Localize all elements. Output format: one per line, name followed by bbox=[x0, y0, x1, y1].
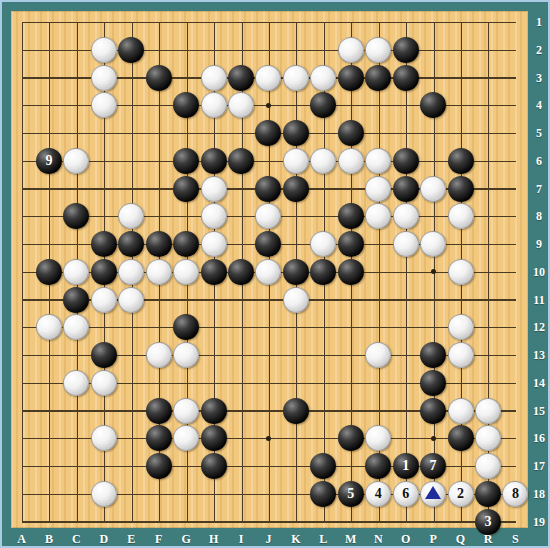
white-stone-M2[interactable] bbox=[338, 37, 364, 63]
intersection-D12[interactable] bbox=[90, 313, 117, 341]
white-stone-G16[interactable] bbox=[173, 425, 199, 451]
intersection-J15[interactable] bbox=[255, 397, 282, 425]
intersection-J4[interactable] bbox=[255, 91, 282, 119]
intersection-A16[interactable] bbox=[8, 424, 35, 452]
black-stone-Q7[interactable] bbox=[448, 176, 474, 202]
intersection-G3[interactable] bbox=[172, 64, 199, 92]
black-stone-G6[interactable] bbox=[173, 148, 199, 174]
intersection-L5[interactable] bbox=[310, 119, 337, 147]
black-stone-J5[interactable] bbox=[255, 120, 281, 146]
intersection-Q16[interactable] bbox=[447, 424, 474, 452]
intersection-H18[interactable] bbox=[200, 480, 227, 508]
intersection-K14[interactable] bbox=[282, 369, 309, 397]
black-stone-F16[interactable] bbox=[146, 425, 172, 451]
intersection-N1[interactable] bbox=[364, 8, 391, 36]
black-stone-M9[interactable] bbox=[338, 231, 364, 257]
black-stone-B10[interactable] bbox=[36, 259, 62, 285]
black-stone-M16[interactable] bbox=[338, 425, 364, 451]
white-stone-R15[interactable] bbox=[475, 398, 501, 424]
intersection-H4[interactable] bbox=[200, 91, 227, 119]
black-stone-K10[interactable] bbox=[283, 259, 309, 285]
intersection-D9[interactable] bbox=[90, 230, 117, 258]
black-stone-G7[interactable] bbox=[173, 176, 199, 202]
intersection-Q8[interactable] bbox=[447, 202, 474, 230]
white-stone-C12[interactable] bbox=[63, 314, 89, 340]
intersection-I8[interactable] bbox=[227, 202, 254, 230]
intersection-R8[interactable] bbox=[474, 202, 501, 230]
intersection-J3[interactable] bbox=[255, 64, 282, 92]
black-stone-E2[interactable] bbox=[118, 37, 144, 63]
intersection-E10[interactable] bbox=[118, 258, 145, 286]
intersection-C9[interactable] bbox=[63, 230, 90, 258]
intersection-H12[interactable] bbox=[200, 313, 227, 341]
intersection-E2[interactable] bbox=[118, 36, 145, 64]
intersection-R16[interactable] bbox=[474, 424, 501, 452]
intersection-F9[interactable] bbox=[145, 230, 172, 258]
white-stone-Q15[interactable] bbox=[448, 398, 474, 424]
intersection-C18[interactable] bbox=[63, 480, 90, 508]
intersection-A12[interactable] bbox=[8, 313, 35, 341]
intersection-Q2[interactable] bbox=[447, 36, 474, 64]
intersection-K4[interactable] bbox=[282, 91, 309, 119]
go-board[interactable]: 917546283 bbox=[11, 11, 528, 528]
intersection-I3[interactable] bbox=[227, 64, 254, 92]
white-stone-M6[interactable] bbox=[338, 148, 364, 174]
white-stone-R17[interactable] bbox=[475, 453, 501, 479]
intersection-C4[interactable] bbox=[63, 91, 90, 119]
intersection-Q11[interactable] bbox=[447, 286, 474, 314]
intersection-F7[interactable] bbox=[145, 175, 172, 203]
intersection-H14[interactable] bbox=[200, 369, 227, 397]
intersection-M8[interactable] bbox=[337, 202, 364, 230]
intersection-O14[interactable] bbox=[392, 369, 419, 397]
black-stone-O17[interactable]: 1 bbox=[393, 453, 419, 479]
white-stone-G13[interactable] bbox=[173, 342, 199, 368]
black-stone-I10[interactable] bbox=[228, 259, 254, 285]
intersection-I15[interactable] bbox=[227, 397, 254, 425]
black-stone-K7[interactable] bbox=[283, 176, 309, 202]
intersection-H1[interactable] bbox=[200, 8, 227, 36]
white-stone-E11[interactable] bbox=[118, 287, 144, 313]
intersection-S3[interactable] bbox=[502, 64, 529, 92]
intersection-M12[interactable] bbox=[337, 313, 364, 341]
black-stone-G4[interactable] bbox=[173, 92, 199, 118]
intersection-G14[interactable] bbox=[172, 369, 199, 397]
intersection-I4[interactable] bbox=[227, 91, 254, 119]
intersection-K10[interactable] bbox=[282, 258, 309, 286]
intersection-G15[interactable] bbox=[172, 397, 199, 425]
black-stone-I3[interactable] bbox=[228, 65, 254, 91]
black-stone-O6[interactable] bbox=[393, 148, 419, 174]
intersection-F4[interactable] bbox=[145, 91, 172, 119]
white-stone-N7[interactable] bbox=[365, 176, 391, 202]
white-stone-B12[interactable] bbox=[36, 314, 62, 340]
black-stone-L4[interactable] bbox=[310, 92, 336, 118]
intersection-H8[interactable] bbox=[200, 202, 227, 230]
intersection-S8[interactable] bbox=[502, 202, 529, 230]
intersection-L15[interactable] bbox=[310, 397, 337, 425]
intersection-P2[interactable] bbox=[419, 36, 446, 64]
intersection-P17[interactable]: 7 bbox=[419, 452, 446, 480]
intersection-Q12[interactable] bbox=[447, 313, 474, 341]
white-stone-L9[interactable] bbox=[310, 231, 336, 257]
intersection-O16[interactable] bbox=[392, 424, 419, 452]
white-stone-R16[interactable] bbox=[475, 425, 501, 451]
white-stone-D4[interactable] bbox=[91, 92, 117, 118]
intersection-I2[interactable] bbox=[227, 36, 254, 64]
intersection-J5[interactable] bbox=[255, 119, 282, 147]
intersection-M2[interactable] bbox=[337, 36, 364, 64]
intersection-J13[interactable] bbox=[255, 341, 282, 369]
intersection-I12[interactable] bbox=[227, 313, 254, 341]
intersection-P12[interactable] bbox=[419, 313, 446, 341]
intersection-C10[interactable] bbox=[63, 258, 90, 286]
intersection-E15[interactable] bbox=[118, 397, 145, 425]
intersection-P6[interactable] bbox=[419, 147, 446, 175]
intersection-A18[interactable] bbox=[8, 480, 35, 508]
intersection-D18[interactable] bbox=[90, 480, 117, 508]
intersection-R18[interactable] bbox=[474, 480, 501, 508]
intersection-L16[interactable] bbox=[310, 424, 337, 452]
intersection-N5[interactable] bbox=[364, 119, 391, 147]
black-stone-H10[interactable] bbox=[201, 259, 227, 285]
intersection-M9[interactable] bbox=[337, 230, 364, 258]
intersection-B10[interactable] bbox=[35, 258, 62, 286]
intersection-N6[interactable] bbox=[364, 147, 391, 175]
intersection-Q10[interactable] bbox=[447, 258, 474, 286]
intersection-S11[interactable] bbox=[502, 286, 529, 314]
intersection-G6[interactable] bbox=[172, 147, 199, 175]
intersection-M16[interactable] bbox=[337, 424, 364, 452]
intersection-L1[interactable] bbox=[310, 8, 337, 36]
intersection-F13[interactable] bbox=[145, 341, 172, 369]
intersection-P8[interactable] bbox=[419, 202, 446, 230]
white-stone-N18[interactable]: 4 bbox=[365, 481, 391, 507]
intersection-B8[interactable] bbox=[35, 202, 62, 230]
intersection-H6[interactable] bbox=[200, 147, 227, 175]
intersection-C13[interactable] bbox=[63, 341, 90, 369]
intersection-N12[interactable] bbox=[364, 313, 391, 341]
intersection-N16[interactable] bbox=[364, 424, 391, 452]
intersection-E5[interactable] bbox=[118, 119, 145, 147]
black-stone-K5[interactable] bbox=[283, 120, 309, 146]
intersection-H16[interactable] bbox=[200, 424, 227, 452]
intersection-N3[interactable] bbox=[364, 64, 391, 92]
intersection-M4[interactable] bbox=[337, 91, 364, 119]
intersection-B7[interactable] bbox=[35, 175, 62, 203]
white-stone-O9[interactable] bbox=[393, 231, 419, 257]
intersection-F16[interactable] bbox=[145, 424, 172, 452]
intersection-O18[interactable]: 6 bbox=[392, 480, 419, 508]
intersection-H11[interactable] bbox=[200, 286, 227, 314]
white-stone-C14[interactable] bbox=[63, 370, 89, 396]
intersection-E7[interactable] bbox=[118, 175, 145, 203]
white-stone-J3[interactable] bbox=[255, 65, 281, 91]
intersection-S4[interactable] bbox=[502, 91, 529, 119]
white-stone-H7[interactable] bbox=[201, 176, 227, 202]
white-stone-D11[interactable] bbox=[91, 287, 117, 313]
intersection-S13[interactable] bbox=[502, 341, 529, 369]
intersection-P7[interactable] bbox=[419, 175, 446, 203]
intersection-L12[interactable] bbox=[310, 313, 337, 341]
intersection-M6[interactable] bbox=[337, 147, 364, 175]
intersection-H13[interactable] bbox=[200, 341, 227, 369]
intersection-I6[interactable] bbox=[227, 147, 254, 175]
intersection-K1[interactable] bbox=[282, 8, 309, 36]
black-stone-P13[interactable] bbox=[420, 342, 446, 368]
intersection-P13[interactable] bbox=[419, 341, 446, 369]
intersection-J14[interactable] bbox=[255, 369, 282, 397]
white-stone-D14[interactable] bbox=[91, 370, 117, 396]
intersection-C17[interactable] bbox=[63, 452, 90, 480]
intersection-E3[interactable] bbox=[118, 64, 145, 92]
black-stone-C8[interactable] bbox=[63, 203, 89, 229]
black-stone-C11[interactable] bbox=[63, 287, 89, 313]
intersection-L9[interactable] bbox=[310, 230, 337, 258]
intersection-P15[interactable] bbox=[419, 397, 446, 425]
intersection-P4[interactable] bbox=[419, 91, 446, 119]
black-stone-L10[interactable] bbox=[310, 259, 336, 285]
intersection-A6[interactable] bbox=[8, 147, 35, 175]
intersection-K8[interactable] bbox=[282, 202, 309, 230]
black-stone-D9[interactable] bbox=[91, 231, 117, 257]
intersection-P16[interactable] bbox=[419, 424, 446, 452]
intersection-K6[interactable] bbox=[282, 147, 309, 175]
white-stone-Q18[interactable]: 2 bbox=[448, 481, 474, 507]
intersection-R12[interactable] bbox=[474, 313, 501, 341]
intersection-K13[interactable] bbox=[282, 341, 309, 369]
intersection-F8[interactable] bbox=[145, 202, 172, 230]
intersection-A3[interactable] bbox=[8, 64, 35, 92]
white-stone-O8[interactable] bbox=[393, 203, 419, 229]
intersection-Q18[interactable]: 2 bbox=[447, 480, 474, 508]
white-stone-K11[interactable] bbox=[283, 287, 309, 313]
intersection-M11[interactable] bbox=[337, 286, 364, 314]
intersection-O13[interactable] bbox=[392, 341, 419, 369]
intersection-M5[interactable] bbox=[337, 119, 364, 147]
intersection-J1[interactable] bbox=[255, 8, 282, 36]
intersection-D16[interactable] bbox=[90, 424, 117, 452]
black-stone-K15[interactable] bbox=[283, 398, 309, 424]
intersection-C2[interactable] bbox=[63, 36, 90, 64]
intersection-E9[interactable] bbox=[118, 230, 145, 258]
intersection-L13[interactable] bbox=[310, 341, 337, 369]
intersection-S9[interactable] bbox=[502, 230, 529, 258]
intersection-D8[interactable] bbox=[90, 202, 117, 230]
intersection-G13[interactable] bbox=[172, 341, 199, 369]
black-stone-J7[interactable] bbox=[255, 176, 281, 202]
intersection-S7[interactable] bbox=[502, 175, 529, 203]
intersection-M1[interactable] bbox=[337, 8, 364, 36]
intersection-J16[interactable] bbox=[255, 424, 282, 452]
intersection-O9[interactable] bbox=[392, 230, 419, 258]
intersection-L14[interactable] bbox=[310, 369, 337, 397]
intersection-N15[interactable] bbox=[364, 397, 391, 425]
intersection-E17[interactable] bbox=[118, 452, 145, 480]
intersection-S5[interactable] bbox=[502, 119, 529, 147]
intersection-A15[interactable] bbox=[8, 397, 35, 425]
black-stone-E9[interactable] bbox=[118, 231, 144, 257]
white-stone-L3[interactable] bbox=[310, 65, 336, 91]
intersection-P5[interactable] bbox=[419, 119, 446, 147]
intersection-H5[interactable] bbox=[200, 119, 227, 147]
black-stone-M18[interactable]: 5 bbox=[338, 481, 364, 507]
intersection-N18[interactable]: 4 bbox=[364, 480, 391, 508]
intersection-I11[interactable] bbox=[227, 286, 254, 314]
intersection-N17[interactable] bbox=[364, 452, 391, 480]
intersection-F18[interactable] bbox=[145, 480, 172, 508]
intersection-P10[interactable] bbox=[419, 258, 446, 286]
black-stone-P4[interactable] bbox=[420, 92, 446, 118]
intersection-D5[interactable] bbox=[90, 119, 117, 147]
intersection-H7[interactable] bbox=[200, 175, 227, 203]
intersection-O12[interactable] bbox=[392, 313, 419, 341]
white-stone-E8[interactable] bbox=[118, 203, 144, 229]
intersection-R7[interactable] bbox=[474, 175, 501, 203]
intersection-C12[interactable] bbox=[63, 313, 90, 341]
intersection-H15[interactable] bbox=[200, 397, 227, 425]
intersection-K16[interactable] bbox=[282, 424, 309, 452]
white-stone-C10[interactable] bbox=[63, 259, 89, 285]
intersection-D2[interactable] bbox=[90, 36, 117, 64]
white-stone-J8[interactable] bbox=[255, 203, 281, 229]
intersection-C15[interactable] bbox=[63, 397, 90, 425]
intersection-G12[interactable] bbox=[172, 313, 199, 341]
intersection-R9[interactable] bbox=[474, 230, 501, 258]
black-stone-O3[interactable] bbox=[393, 65, 419, 91]
intersection-M10[interactable] bbox=[337, 258, 364, 286]
intersection-O11[interactable] bbox=[392, 286, 419, 314]
intersection-A4[interactable] bbox=[8, 91, 35, 119]
intersection-G4[interactable] bbox=[172, 91, 199, 119]
intersection-R15[interactable] bbox=[474, 397, 501, 425]
black-stone-P14[interactable] bbox=[420, 370, 446, 396]
white-stone-J10[interactable] bbox=[255, 259, 281, 285]
intersection-A17[interactable] bbox=[8, 452, 35, 480]
intersection-L7[interactable] bbox=[310, 175, 337, 203]
intersection-K17[interactable] bbox=[282, 452, 309, 480]
intersection-Q3[interactable] bbox=[447, 64, 474, 92]
intersection-E13[interactable] bbox=[118, 341, 145, 369]
black-stone-F17[interactable] bbox=[146, 453, 172, 479]
intersection-P1[interactable] bbox=[419, 8, 446, 36]
black-stone-G9[interactable] bbox=[173, 231, 199, 257]
intersection-K2[interactable] bbox=[282, 36, 309, 64]
intersection-Q13[interactable] bbox=[447, 341, 474, 369]
white-stone-D16[interactable] bbox=[91, 425, 117, 451]
intersection-S12[interactable] bbox=[502, 313, 529, 341]
intersection-I17[interactable] bbox=[227, 452, 254, 480]
black-stone-O2[interactable] bbox=[393, 37, 419, 63]
black-stone-L17[interactable] bbox=[310, 453, 336, 479]
intersection-O2[interactable] bbox=[392, 36, 419, 64]
intersection-O15[interactable] bbox=[392, 397, 419, 425]
intersection-E1[interactable] bbox=[118, 8, 145, 36]
intersection-N14[interactable] bbox=[364, 369, 391, 397]
intersection-I13[interactable] bbox=[227, 341, 254, 369]
intersection-H2[interactable] bbox=[200, 36, 227, 64]
intersection-D15[interactable] bbox=[90, 397, 117, 425]
intersection-I10[interactable] bbox=[227, 258, 254, 286]
intersection-N8[interactable] bbox=[364, 202, 391, 230]
intersection-O4[interactable] bbox=[392, 91, 419, 119]
black-stone-L18[interactable] bbox=[310, 481, 336, 507]
intersection-R10[interactable] bbox=[474, 258, 501, 286]
intersection-Q6[interactable] bbox=[447, 147, 474, 175]
intersection-M7[interactable] bbox=[337, 175, 364, 203]
intersection-J2[interactable] bbox=[255, 36, 282, 64]
white-stone-H9[interactable] bbox=[201, 231, 227, 257]
intersection-C1[interactable] bbox=[63, 8, 90, 36]
intersection-B9[interactable] bbox=[35, 230, 62, 258]
intersection-S14[interactable] bbox=[502, 369, 529, 397]
white-stone-N2[interactable] bbox=[365, 37, 391, 63]
white-stone-K6[interactable] bbox=[283, 148, 309, 174]
intersection-L8[interactable] bbox=[310, 202, 337, 230]
intersection-D4[interactable] bbox=[90, 91, 117, 119]
intersection-A14[interactable] bbox=[8, 369, 35, 397]
white-stone-O18[interactable]: 6 bbox=[393, 481, 419, 507]
black-stone-M5[interactable] bbox=[338, 120, 364, 146]
intersection-F17[interactable] bbox=[145, 452, 172, 480]
intersection-K18[interactable] bbox=[282, 480, 309, 508]
black-stone-M3[interactable] bbox=[338, 65, 364, 91]
black-stone-B6[interactable]: 9 bbox=[36, 148, 62, 174]
intersection-F14[interactable] bbox=[145, 369, 172, 397]
intersection-N4[interactable] bbox=[364, 91, 391, 119]
white-stone-Q10[interactable] bbox=[448, 259, 474, 285]
intersection-H9[interactable] bbox=[200, 230, 227, 258]
intersection-K11[interactable] bbox=[282, 286, 309, 314]
intersection-Q17[interactable] bbox=[447, 452, 474, 480]
intersection-G1[interactable] bbox=[172, 8, 199, 36]
intersection-Q9[interactable] bbox=[447, 230, 474, 258]
intersection-C3[interactable] bbox=[63, 64, 90, 92]
intersection-B18[interactable] bbox=[35, 480, 62, 508]
intersection-S6[interactable] bbox=[502, 147, 529, 175]
intersection-F15[interactable] bbox=[145, 397, 172, 425]
intersection-S17[interactable] bbox=[502, 452, 529, 480]
intersection-R11[interactable] bbox=[474, 286, 501, 314]
intersection-D3[interactable] bbox=[90, 64, 117, 92]
intersection-S10[interactable] bbox=[502, 258, 529, 286]
intersection-O5[interactable] bbox=[392, 119, 419, 147]
white-stone-I4[interactable] bbox=[228, 92, 254, 118]
intersection-D11[interactable] bbox=[90, 286, 117, 314]
intersection-L6[interactable] bbox=[310, 147, 337, 175]
white-stone-H3[interactable] bbox=[201, 65, 227, 91]
intersection-K7[interactable] bbox=[282, 175, 309, 203]
white-stone-L6[interactable] bbox=[310, 148, 336, 174]
black-stone-F15[interactable] bbox=[146, 398, 172, 424]
intersection-O1[interactable] bbox=[392, 8, 419, 36]
intersection-B5[interactable] bbox=[35, 119, 62, 147]
intersection-K5[interactable] bbox=[282, 119, 309, 147]
black-stone-Q6[interactable] bbox=[448, 148, 474, 174]
intersection-J18[interactable] bbox=[255, 480, 282, 508]
intersection-F10[interactable] bbox=[145, 258, 172, 286]
intersection-R4[interactable] bbox=[474, 91, 501, 119]
black-stone-P17[interactable]: 7 bbox=[420, 453, 446, 479]
black-stone-I6[interactable] bbox=[228, 148, 254, 174]
intersection-N11[interactable] bbox=[364, 286, 391, 314]
intersection-G17[interactable] bbox=[172, 452, 199, 480]
intersection-G2[interactable] bbox=[172, 36, 199, 64]
black-stone-H17[interactable] bbox=[201, 453, 227, 479]
intersection-M3[interactable] bbox=[337, 64, 364, 92]
white-stone-P9[interactable] bbox=[420, 231, 446, 257]
intersection-R14[interactable] bbox=[474, 369, 501, 397]
